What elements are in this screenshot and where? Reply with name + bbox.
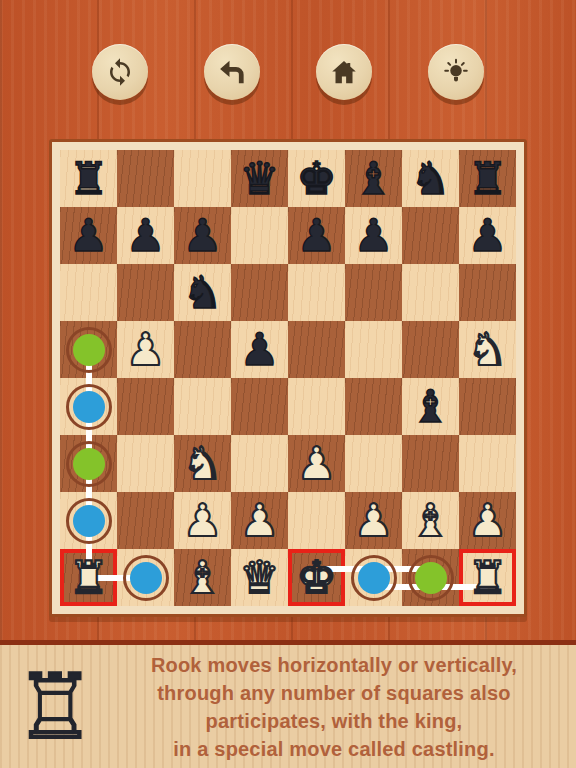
piece-black-queen-d8[interactable]: ♛ <box>231 150 288 207</box>
home-button[interactable] <box>316 44 372 100</box>
undo-icon <box>217 57 247 87</box>
restart-button[interactable] <box>92 44 148 100</box>
piece-white-pawn-e3[interactable]: ♟ <box>288 435 345 492</box>
tutorial-line-1: Rook moves horizontally or vertically, <box>110 651 558 679</box>
pieces-layer: ♜♛♚♝♞♜♟♟♟♟♟♟♞♟♟♞♝♞♟♟♟♟♝♟♜♝♛♚♜ <box>60 150 516 606</box>
tutorial-line-4: in a special move called castling. <box>110 735 558 763</box>
piece-white-pawn-h2[interactable]: ♟ <box>459 492 516 549</box>
hint-button[interactable] <box>428 44 484 100</box>
piece-black-rook-a8[interactable]: ♜ <box>60 150 117 207</box>
rook-icon: ♖ <box>0 652 110 762</box>
chess-board: ♜♛♚♝♞♜♟♟♟♟♟♟♞♟♟♞♝♞♟♟♟♟♝♟♜♝♛♚♜ <box>60 150 516 606</box>
chess-board-frame: ♜♛♚♝♞♜♟♟♟♟♟♟♞♟♟♞♝♞♟♟♟♟♝♟♜♝♛♚♜ <box>49 139 527 617</box>
piece-black-rook-h8[interactable]: ♜ <box>459 150 516 207</box>
piece-white-pawn-b5[interactable]: ♟ <box>117 321 174 378</box>
piece-black-pawn-h7[interactable]: ♟ <box>459 207 516 264</box>
piece-white-pawn-f2[interactable]: ♟ <box>345 492 402 549</box>
piece-white-bishop-c1[interactable]: ♝ <box>174 549 231 606</box>
home-icon <box>329 57 359 87</box>
piece-black-pawn-c7[interactable]: ♟ <box>174 207 231 264</box>
piece-black-pawn-f7[interactable]: ♟ <box>345 207 402 264</box>
app-screen: ♜♛♚♝♞♜♟♟♟♟♟♟♞♟♟♞♝♞♟♟♟♟♝♟♜♝♛♚♜ ♖ Rook mov… <box>0 0 576 768</box>
piece-black-pawn-a7[interactable]: ♟ <box>60 207 117 264</box>
piece-white-rook-h1[interactable]: ♜ <box>459 549 516 606</box>
piece-black-king-e8[interactable]: ♚ <box>288 150 345 207</box>
tutorial-line-3: participates, with the king, <box>110 707 558 735</box>
undo-button[interactable] <box>204 44 260 100</box>
piece-black-knight-g8[interactable]: ♞ <box>402 150 459 207</box>
piece-black-bishop-g4[interactable]: ♝ <box>402 378 459 435</box>
tutorial-line-2: through any number of squares also <box>110 679 558 707</box>
piece-white-pawn-c2[interactable]: ♟ <box>174 492 231 549</box>
piece-black-knight-c6[interactable]: ♞ <box>174 264 231 321</box>
piece-white-queen-d1[interactable]: ♛ <box>231 549 288 606</box>
hint-lightbulb-icon <box>441 57 471 87</box>
piece-black-bishop-f8[interactable]: ♝ <box>345 150 402 207</box>
piece-white-rook-a1[interactable]: ♜ <box>60 549 117 606</box>
restart-icon <box>105 57 135 87</box>
tutorial-panel: ♖ Rook moves horizontally or vertically,… <box>0 640 576 768</box>
piece-white-knight-c3[interactable]: ♞ <box>174 435 231 492</box>
piece-white-pawn-d2[interactable]: ♟ <box>231 492 288 549</box>
toolbar <box>0 44 576 100</box>
piece-black-pawn-b7[interactable]: ♟ <box>117 207 174 264</box>
piece-white-king-e1[interactable]: ♚ <box>288 549 345 606</box>
tutorial-text: Rook moves horizontally or vertically, t… <box>110 651 576 763</box>
piece-white-knight-h5[interactable]: ♞ <box>459 321 516 378</box>
piece-black-pawn-d5[interactable]: ♟ <box>231 321 288 378</box>
piece-white-bishop-g2[interactable]: ♝ <box>402 492 459 549</box>
piece-black-pawn-e7[interactable]: ♟ <box>288 207 345 264</box>
